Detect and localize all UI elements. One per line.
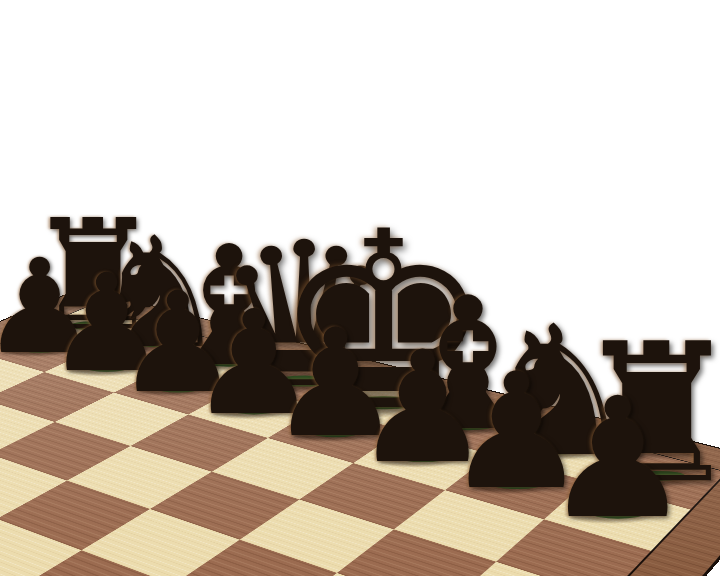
chessboard bbox=[0, 289, 720, 576]
board-grid bbox=[0, 307, 720, 576]
product-photo-stage: ♜♞♝♛♚♝♞♜♟♟♟♟♟♟♟♟ bbox=[0, 0, 720, 576]
